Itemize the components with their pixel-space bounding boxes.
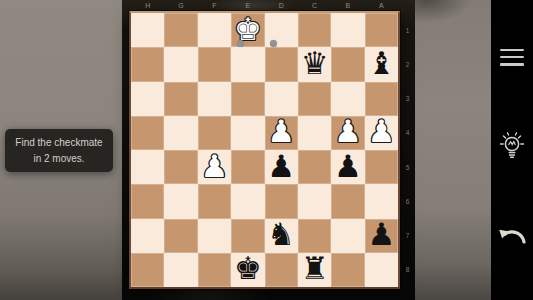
square-f6[interactable] [198,184,231,218]
square-a8[interactable] [365,253,398,287]
square-e4[interactable] [231,116,264,150]
square-a6[interactable] [365,184,398,218]
file-label-c: C [298,0,331,11]
square-c3[interactable] [298,82,331,116]
piece-bP-d5[interactable]: ♟ [267,151,295,182]
background-right-panel [415,0,491,300]
square-b6[interactable] [331,184,364,218]
square-f2[interactable] [198,47,231,81]
undo-button[interactable] [491,224,533,250]
piece-wP-f5[interactable]: ♟ [201,151,229,182]
square-h4[interactable] [131,116,164,150]
square-e5[interactable] [231,150,264,184]
undo-arrow-icon [497,225,527,249]
square-d2[interactable] [265,47,298,81]
move-hint-dot-2 [270,40,277,47]
piece-bQ-c2[interactable]: ♛ [301,48,329,79]
lightbulb-icon [497,129,527,165]
square-c5[interactable] [298,150,331,184]
file-label-f: F [198,0,231,11]
square-c4[interactable] [298,116,331,150]
menu-button[interactable] [491,44,533,70]
square-g1[interactable] [164,13,197,47]
square-f4[interactable] [198,116,231,150]
square-f3[interactable] [198,82,231,116]
piece-bB-a2[interactable]: ♝ [367,48,395,79]
file-label-b: B [331,0,364,11]
square-g5[interactable] [164,150,197,184]
square-g2[interactable] [164,47,197,81]
board-frame: ♚♛♝♟♟♟♟♟♟♞♟♚♜ [129,11,400,289]
square-a1[interactable] [365,13,398,47]
square-d3[interactable] [265,82,298,116]
piece-wP-b4[interactable]: ♟ [334,116,362,147]
square-a7[interactable]: ♟ [365,219,398,253]
rank-label-2: 2 [401,47,414,81]
board[interactable]: ♚♛♝♟♟♟♟♟♟♞♟♚♜ [131,13,398,287]
square-h1[interactable] [131,13,164,47]
puzzle-message-line2: in 2 moves. [33,151,84,167]
square-g7[interactable] [164,219,197,253]
square-c6[interactable] [298,184,331,218]
square-e8[interactable]: ♚ [231,253,264,287]
rank-label-8: 8 [401,253,414,287]
square-g4[interactable] [164,116,197,150]
square-e2[interactable] [231,47,264,81]
square-d5[interactable]: ♟ [265,150,298,184]
hint-button[interactable] [491,129,533,165]
file-label-h: H [131,0,164,11]
square-b8[interactable] [331,253,364,287]
square-c8[interactable]: ♜ [298,253,331,287]
square-f8[interactable] [198,253,231,287]
square-a5[interactable] [365,150,398,184]
square-b5[interactable]: ♟ [331,150,364,184]
piece-bP-a7[interactable]: ♟ [367,219,395,250]
rank-label-3: 3 [401,82,414,116]
square-d8[interactable] [265,253,298,287]
square-f7[interactable] [198,219,231,253]
rank-label-6: 6 [401,184,414,218]
file-label-d: D [265,0,298,11]
square-f1[interactable] [198,13,231,47]
square-b4[interactable]: ♟ [331,116,364,150]
puzzle-message-box: Find the checkmate in 2 moves. [5,129,113,172]
square-e6[interactable] [231,184,264,218]
square-b2[interactable] [331,47,364,81]
piece-bN-d7[interactable]: ♞ [267,219,295,250]
piece-wP-a4[interactable]: ♟ [367,116,395,147]
square-h2[interactable] [131,47,164,81]
file-label-g: G [164,0,197,11]
rank-label-7: 7 [401,219,414,253]
square-a3[interactable] [365,82,398,116]
square-h5[interactable] [131,150,164,184]
square-g3[interactable] [164,82,197,116]
file-label-a: A [365,0,398,11]
square-b7[interactable] [331,219,364,253]
square-f5[interactable]: ♟ [198,150,231,184]
puzzle-message-line1: Find the checkmate [15,135,102,151]
rank-label-5: 5 [401,150,414,184]
hamburger-icon [500,49,524,66]
square-h7[interactable] [131,219,164,253]
rank-labels: 12345678 [401,13,414,287]
move-hint-dot-1 [237,40,244,47]
sidebar [491,0,533,300]
square-h6[interactable] [131,184,164,218]
square-c1[interactable] [298,13,331,47]
file-labels: HGFEDCBA [131,0,398,11]
square-e3[interactable] [231,82,264,116]
file-label-e: E [231,0,264,11]
puzzle-screen: HGFEDCBA ♚♛♝♟♟♟♟♟♟♞♟♚♜ 12345678 Find the… [0,0,533,300]
square-c2[interactable]: ♛ [298,47,331,81]
square-g6[interactable] [164,184,197,218]
square-c7[interactable] [298,219,331,253]
square-g8[interactable] [164,253,197,287]
square-b3[interactable] [331,82,364,116]
square-h8[interactable] [131,253,164,287]
piece-bK-e8[interactable]: ♚ [234,253,262,284]
square-d6[interactable] [265,184,298,218]
square-h3[interactable] [131,82,164,116]
piece-bR-c8[interactable]: ♜ [301,253,329,284]
piece-bP-b5[interactable]: ♟ [334,151,362,182]
square-b1[interactable] [331,13,364,47]
rank-label-1: 1 [401,13,414,47]
piece-wP-d4[interactable]: ♟ [267,116,295,147]
rank-label-4: 4 [401,116,414,150]
square-d7[interactable]: ♞ [265,219,298,253]
square-a2[interactable]: ♝ [365,47,398,81]
square-a4[interactable]: ♟ [365,116,398,150]
square-d4[interactable]: ♟ [265,116,298,150]
square-e7[interactable] [231,219,264,253]
